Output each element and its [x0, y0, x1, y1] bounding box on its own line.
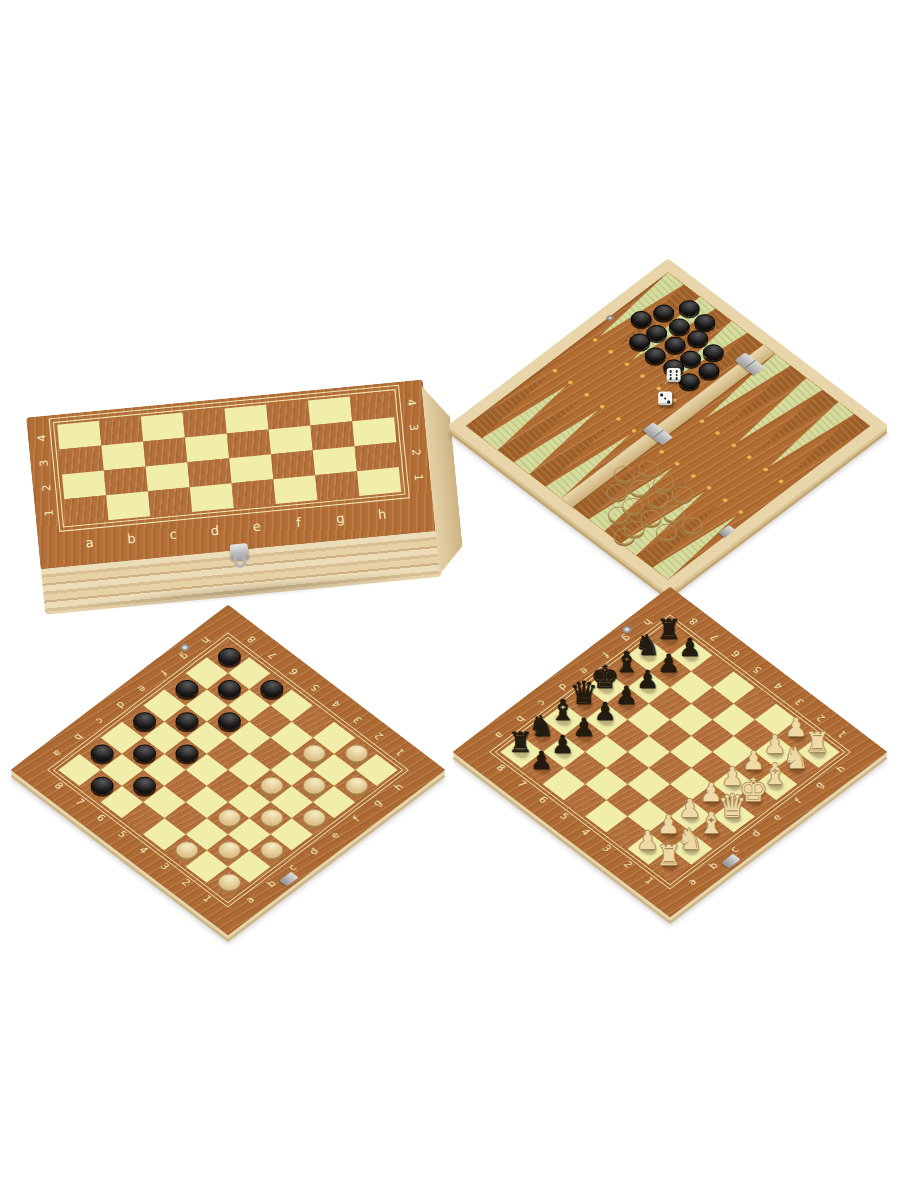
gold-dot-icon — [722, 497, 729, 502]
coordinate-label: 1 — [410, 469, 425, 486]
gold-dot-icon — [737, 509, 744, 514]
gold-dot-icon — [607, 349, 614, 354]
coordinate-label: 4 — [35, 430, 50, 447]
coordinate-label: 3 — [405, 419, 420, 436]
coordinate-label: e — [766, 809, 789, 826]
coordinate-label: e — [324, 827, 347, 844]
square-dark — [232, 479, 276, 508]
die-pip — [669, 374, 672, 377]
chess-board: 8877665544332211hhggffeeddccbbaa♜♞♝♛♚♝♞♜… — [452, 586, 888, 917]
chess-piece-glyph: ♟ — [530, 748, 552, 773]
square-dark — [315, 471, 359, 500]
die-face — [667, 368, 681, 382]
view-closed-box: abcdefgh44332211 — [18, 372, 454, 602]
coordinate-label: h — [194, 631, 217, 648]
checkers-board: 8877665544332211hhggffeeddccbbaa — [10, 604, 446, 935]
coordinate-label: a — [68, 534, 111, 552]
coordinate-label: 1 — [385, 740, 416, 764]
latch-icon — [721, 854, 741, 869]
coordinate-label: e — [130, 680, 153, 697]
square-light — [106, 491, 150, 520]
coordinate-label: 3 — [37, 454, 52, 471]
view-checkers: 8877665544332211hhggffeeddccbbaa — [8, 594, 448, 950]
coordinate-label: d — [745, 825, 768, 842]
coordinate-label: 2 — [408, 444, 423, 461]
coordinate-label: c — [88, 712, 111, 729]
coordinate-label: f — [345, 811, 368, 828]
coordinate-label: 1 — [42, 504, 57, 521]
coordinate-label: b — [703, 857, 726, 874]
chess-piece-glyph: ♟ — [573, 715, 595, 740]
coordinate-label: a — [681, 873, 704, 890]
coordinate-label: a — [46, 744, 69, 761]
die-pip — [660, 394, 663, 397]
gold-dot-icon — [698, 418, 705, 423]
chess-piece-glyph: ♟ — [615, 683, 637, 708]
view-chess: 8877665544332211hhggffeeddccbbaa♜♞♝♛♚♝♞♜… — [443, 574, 900, 934]
die-face — [658, 392, 672, 406]
gold-dot-icon — [730, 443, 737, 448]
latch-icon — [279, 872, 299, 887]
backgammon-board — [447, 258, 888, 593]
gold-dot-icon — [615, 416, 622, 421]
gold-dot-icon — [674, 461, 681, 466]
chess-piece-glyph: ♜ — [656, 842, 681, 870]
gold-dot-icon — [623, 361, 630, 366]
coordinate-label: h — [361, 506, 404, 524]
coordinate-label: f — [277, 514, 320, 532]
die-pip — [675, 377, 678, 380]
gold-dot-icon — [658, 449, 665, 454]
die-pip — [675, 370, 678, 373]
square-dark — [148, 487, 192, 516]
coordinate-label: h — [830, 761, 853, 778]
gold-dot-icon — [762, 467, 769, 472]
coordinate-label: b — [110, 530, 153, 548]
chess-piece-glyph: ♟ — [636, 667, 658, 692]
chess-piece-glyph: ♟ — [657, 651, 679, 676]
square-dark — [64, 495, 108, 524]
gold-dot-icon — [599, 404, 606, 409]
die-pip — [664, 397, 667, 400]
coordinate-label: g — [367, 795, 390, 812]
coordinate-label: d — [194, 522, 237, 540]
closed-box: abcdefgh44332211 — [15, 360, 454, 614]
coordinate-label: c — [152, 526, 195, 544]
coordinate-label: 2 — [39, 479, 54, 496]
gold-dot-icon — [714, 430, 721, 435]
coordinate-label: b — [261, 875, 284, 892]
coordinate-label: f — [787, 793, 810, 810]
gold-dot-icon — [746, 455, 753, 460]
die-pip — [669, 377, 672, 380]
product-photo: abcdefgh44332211 8877665544332211hhggffe… — [0, 0, 900, 1200]
chess-piece-glyph: ♜ — [508, 729, 533, 757]
coordinate-label: d — [109, 696, 132, 713]
coordinate-label: 1 — [827, 722, 858, 746]
gold-dot-icon — [583, 392, 590, 397]
gold-dot-icon — [639, 373, 646, 378]
hinge-loop-icon — [605, 314, 615, 322]
coordinate-label: a — [239, 891, 262, 908]
gold-dot-icon — [690, 473, 697, 478]
gold-dot-icon — [706, 485, 713, 490]
square-light — [357, 467, 401, 496]
die-pip — [667, 401, 670, 404]
gold-dot-icon — [591, 337, 598, 342]
square-light — [190, 483, 234, 512]
clasp-loop — [233, 553, 246, 568]
view-backgammon-open — [443, 250, 898, 602]
square-light — [273, 475, 317, 504]
metal-clasp-icon — [226, 543, 252, 571]
coordinate-label: g — [809, 777, 832, 794]
coordinate-label: g — [319, 510, 362, 528]
coordinate-label: f — [152, 664, 175, 681]
chess-piece-glyph: ♟ — [679, 635, 701, 660]
coordinate-label: 4 — [403, 394, 418, 411]
gold-dot-icon — [631, 428, 638, 433]
coordinate-label: d — [303, 843, 326, 860]
chess-piece-glyph: ♟ — [551, 732, 573, 757]
coordinate-label: e — [235, 518, 278, 536]
gold-dot-icon — [655, 386, 662, 391]
die-pip — [669, 370, 672, 373]
die-pip — [675, 374, 678, 377]
gold-dot-icon — [778, 479, 785, 484]
chess-piece-glyph: ♟ — [594, 699, 616, 724]
gold-dot-icon — [551, 368, 558, 373]
coordinate-label: b — [67, 728, 90, 745]
coordinate-label: h — [388, 779, 411, 796]
gold-dot-icon — [567, 380, 574, 385]
